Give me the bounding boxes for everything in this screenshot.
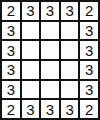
grid-cell-clue: 2	[80, 2, 98, 20]
grid-cell-clue: 2	[2, 2, 20, 20]
grid-cell-empty[interactable]	[22, 61, 40, 79]
grid-cell-clue: 3	[2, 41, 20, 59]
grid-cell-clue: 3	[2, 81, 20, 99]
grid-cell-clue: 3	[22, 100, 40, 118]
grid-cell-empty[interactable]	[41, 41, 59, 59]
grid-cell-clue: 3	[80, 41, 98, 59]
grid-cell-empty[interactable]	[61, 61, 79, 79]
grid-cell-clue: 3	[80, 22, 98, 40]
grid-cell-clue: 3	[61, 2, 79, 20]
grid-cell-empty[interactable]	[61, 81, 79, 99]
grid-cell-clue: 3	[80, 61, 98, 79]
grid-cell-clue: 3	[41, 2, 59, 20]
grid-cell-clue: 3	[22, 2, 40, 20]
grid-cell-empty[interactable]	[22, 22, 40, 40]
grid-cell-empty[interactable]	[41, 81, 59, 99]
grid-cell-clue: 2	[80, 100, 98, 118]
grid-cell-empty[interactable]	[22, 81, 40, 99]
grid-cell-empty[interactable]	[41, 22, 59, 40]
grid-cell-clue: 3	[41, 100, 59, 118]
puzzle-board: 233323333333323332	[0, 0, 100, 120]
grid-cell-clue: 3	[2, 61, 20, 79]
grid-cell-empty[interactable]	[61, 22, 79, 40]
grid-cell-empty[interactable]	[41, 61, 59, 79]
grid-cell-clue: 2	[2, 100, 20, 118]
grid-cell-clue: 3	[61, 100, 79, 118]
grid-cell-empty[interactable]	[61, 41, 79, 59]
grid-cell-empty[interactable]	[22, 41, 40, 59]
grid-cell-clue: 3	[2, 22, 20, 40]
grid-cell-clue: 3	[80, 81, 98, 99]
